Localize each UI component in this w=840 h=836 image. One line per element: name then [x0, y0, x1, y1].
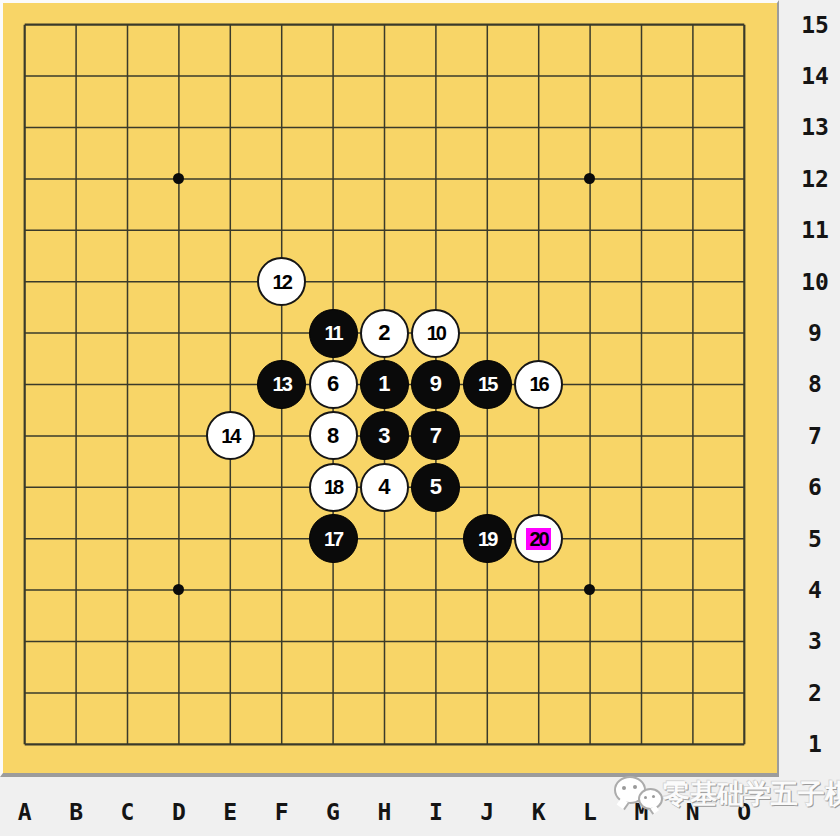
stone-1-h8-black[interactable]: 1 — [360, 360, 409, 409]
stone-20-k5-white[interactable]: 20 — [514, 514, 563, 563]
stone-8-g7-white[interactable]: 8 — [309, 411, 358, 460]
row-label-1: 1 — [793, 718, 837, 769]
stone-2-h9-white[interactable]: 2 — [360, 309, 409, 358]
stone-11-g9-black[interactable]: 11 — [309, 309, 358, 358]
move-number: 9 — [430, 373, 442, 395]
row-label-4: 4 — [793, 564, 837, 615]
move-number: 5 — [430, 476, 442, 498]
stone-15-j8-black[interactable]: 15 — [463, 360, 512, 409]
move-number: 12 — [273, 272, 291, 292]
stone-13-f8-black[interactable]: 13 — [257, 360, 306, 409]
gomoku-board[interactable]: 1234567891011121314151617181920 — [0, 0, 770, 770]
move-number: 18 — [324, 477, 342, 497]
col-label-m: M — [616, 793, 667, 831]
stone-16-k8-white[interactable]: 16 — [514, 360, 563, 409]
column-labels: ABCDEFGHIJKLMNO — [0, 793, 770, 831]
col-label-o: O — [718, 793, 769, 831]
col-label-l: L — [564, 793, 615, 831]
row-label-15: 15 — [793, 0, 837, 50]
stone-3-h7-black[interactable]: 3 — [360, 411, 409, 460]
stone-19-j5-black[interactable]: 19 — [463, 514, 512, 563]
move-number: 3 — [378, 425, 390, 447]
stone-17-g5-black[interactable]: 17 — [309, 514, 358, 563]
stone-7-i7-black[interactable]: 7 — [411, 411, 460, 460]
row-label-9: 9 — [793, 307, 837, 358]
star-point-l4 — [584, 584, 595, 595]
row-label-11: 11 — [793, 205, 837, 256]
row-label-8: 8 — [793, 359, 837, 410]
col-label-d: D — [153, 793, 204, 831]
move-number: 7 — [430, 425, 442, 447]
move-number: 16 — [529, 374, 547, 394]
star-point-l12 — [584, 173, 595, 184]
move-number: 10 — [427, 323, 445, 343]
col-label-h: H — [359, 793, 410, 831]
row-label-14: 14 — [793, 50, 837, 101]
move-number: 1 — [378, 373, 390, 395]
col-label-a: A — [0, 793, 50, 831]
move-number: 8 — [327, 425, 339, 447]
col-label-k: K — [513, 793, 564, 831]
stone-6-g8-white[interactable]: 6 — [309, 360, 358, 409]
stone-12-f10-white[interactable]: 12 — [257, 257, 306, 306]
star-point-d4 — [173, 584, 184, 595]
col-label-b: B — [50, 793, 101, 831]
stone-14-e7-white[interactable]: 14 — [206, 411, 255, 460]
row-label-2: 2 — [793, 667, 837, 718]
move-number: 15 — [478, 374, 496, 394]
move-number: 11 — [324, 323, 341, 343]
row-label-3: 3 — [793, 616, 837, 667]
stone-9-i8-black[interactable]: 9 — [411, 360, 460, 409]
move-number: 14 — [221, 426, 239, 446]
move-number: 4 — [378, 476, 390, 498]
gomoku-app-window: 1234567891011121314151617181920 ABCDEFGH… — [0, 0, 840, 836]
stone-10-i9-white[interactable]: 10 — [411, 309, 460, 358]
row-label-10: 10 — [793, 256, 837, 307]
move-number: 2 — [378, 322, 390, 344]
stone-4-h6-white[interactable]: 4 — [360, 463, 409, 512]
row-labels: 151413121110987654321 — [793, 0, 837, 770]
move-number: 17 — [324, 529, 342, 549]
col-label-e: E — [205, 793, 256, 831]
row-label-6: 6 — [793, 462, 837, 513]
row-label-7: 7 — [793, 410, 837, 461]
col-label-i: I — [410, 793, 461, 831]
col-label-f: F — [256, 793, 307, 831]
stone-5-i6-black[interactable]: 5 — [411, 463, 460, 512]
move-number: 19 — [478, 529, 496, 549]
move-number: 6 — [327, 373, 339, 395]
col-label-g: G — [307, 793, 358, 831]
move-number: 13 — [273, 374, 291, 394]
col-label-j: J — [462, 793, 513, 831]
star-point-d12 — [173, 173, 184, 184]
row-label-5: 5 — [793, 513, 837, 564]
row-label-12: 12 — [793, 153, 837, 204]
stone-18-g6-white[interactable]: 18 — [309, 463, 358, 512]
col-label-c: C — [102, 793, 153, 831]
last-move-number: 20 — [526, 528, 550, 550]
row-label-13: 13 — [793, 102, 837, 153]
col-label-n: N — [667, 793, 718, 831]
